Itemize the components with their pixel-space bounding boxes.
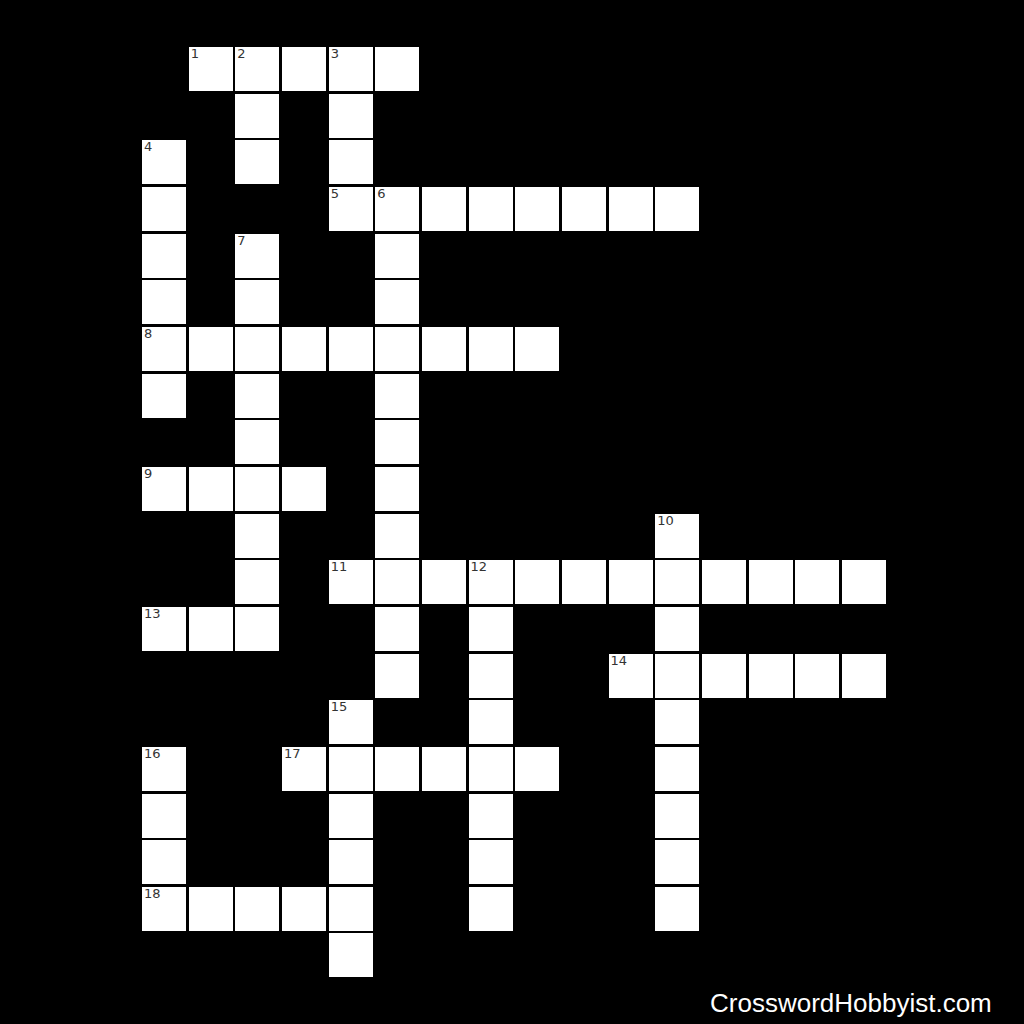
grid-cell[interactable] <box>469 747 513 791</box>
grid-cell[interactable] <box>655 747 699 791</box>
clue-number: 14 <box>611 654 628 669</box>
grid-cell[interactable] <box>469 607 513 651</box>
grid-cell[interactable] <box>375 420 419 464</box>
grid-cell[interactable] <box>189 327 233 371</box>
grid-cell[interactable] <box>562 560 606 604</box>
grid-cell[interactable] <box>609 187 653 231</box>
clue-number: 10 <box>657 514 674 529</box>
grid-cell[interactable] <box>749 560 793 604</box>
clue-number: 6 <box>377 187 385 202</box>
clue-number: 13 <box>144 607 161 622</box>
grid-cell[interactable] <box>142 794 186 838</box>
grid-cell[interactable] <box>515 560 559 604</box>
grid-cell[interactable] <box>329 140 373 184</box>
grid-cell[interactable] <box>842 560 886 604</box>
grid-cell[interactable] <box>329 840 373 884</box>
grid-cell[interactable] <box>329 887 373 931</box>
grid-cell[interactable]: 8 <box>142 327 186 371</box>
grid-cell[interactable]: 4 <box>142 140 186 184</box>
grid-cell[interactable] <box>282 47 326 91</box>
clue-number: 1 <box>191 47 199 62</box>
grid-cell[interactable] <box>655 700 699 744</box>
grid-cell[interactable] <box>469 794 513 838</box>
grid-cell[interactable] <box>142 374 186 418</box>
grid-cell[interactable] <box>469 187 513 231</box>
grid-cell[interactable] <box>375 514 419 558</box>
grid-cell[interactable] <box>469 887 513 931</box>
grid-cell[interactable] <box>562 187 606 231</box>
grid-cell[interactable]: 5 <box>329 187 373 231</box>
grid-cell[interactable]: 12 <box>469 560 513 604</box>
clue-number: 12 <box>471 560 488 575</box>
grid-cell[interactable]: 17 <box>282 747 326 791</box>
grid-cell[interactable]: 15 <box>329 700 373 744</box>
grid-cell[interactable] <box>515 747 559 791</box>
clue-number: 8 <box>144 327 152 342</box>
grid-cell[interactable] <box>702 654 746 698</box>
grid-cell[interactable] <box>422 560 466 604</box>
crossword-grid: 123456789101112131415161718 <box>142 47 886 977</box>
grid-cell[interactable] <box>375 374 419 418</box>
grid-cell[interactable] <box>235 514 279 558</box>
grid-cell[interactable] <box>469 327 513 371</box>
grid-cell[interactable] <box>795 654 839 698</box>
clue-number: 3 <box>331 47 339 62</box>
grid-cell[interactable] <box>422 327 466 371</box>
clue-number: 11 <box>331 560 348 575</box>
grid-cell[interactable] <box>749 654 793 698</box>
grid-cell[interactable] <box>469 700 513 744</box>
grid-cell[interactable] <box>375 607 419 651</box>
grid-cell[interactable]: 11 <box>329 560 373 604</box>
grid-cell[interactable] <box>655 560 699 604</box>
grid-cell[interactable]: 9 <box>142 467 186 511</box>
grid-cell[interactable] <box>282 327 326 371</box>
clue-number: 17 <box>284 747 301 762</box>
grid-cell[interactable] <box>655 187 699 231</box>
grid-cell[interactable]: 7 <box>235 234 279 278</box>
grid-cell[interactable]: 2 <box>235 47 279 91</box>
grid-cell[interactable] <box>375 327 419 371</box>
grid-cell[interactable] <box>655 840 699 884</box>
grid-cell[interactable] <box>282 887 326 931</box>
grid-cell[interactable] <box>329 327 373 371</box>
grid-cell[interactable] <box>235 280 279 324</box>
grid-cell[interactable] <box>189 607 233 651</box>
grid-cell[interactable] <box>189 887 233 931</box>
grid-cell[interactable]: 3 <box>329 47 373 91</box>
grid-cell[interactable] <box>655 654 699 698</box>
clue-number: 2 <box>237 47 245 62</box>
clue-number: 15 <box>331 700 348 715</box>
grid-cell[interactable] <box>375 747 419 791</box>
grid-cell[interactable]: 1 <box>189 47 233 91</box>
grid-cell[interactable] <box>329 933 373 977</box>
grid-cell[interactable] <box>189 467 233 511</box>
clue-number: 5 <box>331 187 339 202</box>
grid-cell[interactable] <box>515 187 559 231</box>
grid-cell[interactable] <box>795 560 839 604</box>
grid-cell[interactable] <box>375 47 419 91</box>
grid-cell[interactable] <box>609 560 653 604</box>
grid-cell[interactable] <box>235 327 279 371</box>
grid-cell[interactable] <box>702 560 746 604</box>
grid-cell[interactable]: 16 <box>142 747 186 791</box>
clue-number: 9 <box>144 467 152 482</box>
grid-cell[interactable]: 18 <box>142 887 186 931</box>
grid-cell[interactable] <box>235 887 279 931</box>
clue-number: 7 <box>237 234 245 249</box>
grid-cell[interactable] <box>282 467 326 511</box>
grid-cell[interactable] <box>842 654 886 698</box>
grid-cell[interactable] <box>375 654 419 698</box>
grid-cell[interactable] <box>235 140 279 184</box>
grid-cell[interactable] <box>329 794 373 838</box>
grid-cell[interactable] <box>235 374 279 418</box>
grid-cell[interactable]: 14 <box>609 654 653 698</box>
grid-cell[interactable] <box>142 840 186 884</box>
grid-cell[interactable] <box>235 560 279 604</box>
grid-cell[interactable] <box>375 280 419 324</box>
grid-cell[interactable] <box>329 747 373 791</box>
grid-cell[interactable] <box>142 234 186 278</box>
grid-cell[interactable] <box>375 560 419 604</box>
grid-cell[interactable] <box>655 607 699 651</box>
clue-number: 18 <box>144 887 161 902</box>
watermark-text: CrosswordHobbyist.com <box>710 988 992 1019</box>
grid-cell[interactable] <box>329 94 373 138</box>
grid-cell[interactable] <box>375 467 419 511</box>
grid-cell[interactable] <box>655 794 699 838</box>
grid-cell[interactable] <box>235 607 279 651</box>
grid-cell[interactable] <box>142 280 186 324</box>
grid-cell[interactable] <box>235 420 279 464</box>
grid-cell[interactable]: 13 <box>142 607 186 651</box>
clue-number: 4 <box>144 140 152 155</box>
grid-cell[interactable] <box>469 840 513 884</box>
grid-cell[interactable] <box>235 94 279 138</box>
grid-cell[interactable] <box>515 327 559 371</box>
grid-cell[interactable] <box>469 654 513 698</box>
grid-cell[interactable] <box>142 187 186 231</box>
grid-cell[interactable] <box>422 187 466 231</box>
grid-cell[interactable]: 10 <box>655 514 699 558</box>
grid-cell[interactable] <box>422 747 466 791</box>
grid-cell[interactable] <box>655 887 699 931</box>
clue-number: 16 <box>144 747 161 762</box>
grid-cell[interactable] <box>235 467 279 511</box>
grid-cell[interactable] <box>375 234 419 278</box>
grid-cell[interactable]: 6 <box>375 187 419 231</box>
